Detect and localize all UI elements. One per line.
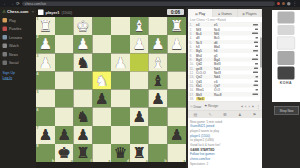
square-h2[interactable]: 2♟ [36,35,55,53]
white-move[interactable]: Bg5 [196,49,214,53]
chat-line-system: Spectators: 2 [190,161,260,166]
rank-label: 6 [37,108,39,112]
back-icon[interactable]: ← [3,0,8,7]
square-a2[interactable]: ♟ [167,35,186,53]
move-time-bar [256,37,259,39]
black-move[interactable]: Nd4 [214,66,232,70]
sidebar-item-watch[interactable]: Watch [0,42,36,51]
white-move[interactable]: h3 [196,45,214,49]
square-c4[interactable] [130,71,149,89]
square-d7[interactable] [111,126,130,144]
sidebar-item-label: Social [9,61,19,65]
white-move[interactable]: Rhe1 [196,88,214,92]
black-pawn-c6[interactable]: ♟ [132,109,145,124]
white-rook-h1[interactable]: ♜ [39,19,52,34]
player-bottom-bar-partial [36,162,186,168]
white-pawn-h2[interactable]: ♟ [39,37,52,52]
white-color-indicator [38,9,44,15]
kettle-image [278,25,295,35]
rank-label: 5 [37,90,39,94]
white-move[interactable]: Qd1 [196,79,214,83]
chess-board: 1♜♚♝♜2♟♟♟♟♟3♟♞♟♝4♞♝5♟♟6♞♟7♟♟♟♟8hg♚f♜ed♛c… [36,17,186,162]
move-row: 18.Ne4 [188,96,260,100]
black-move[interactable]: Nf6 [214,32,232,36]
login-link[interactable]: Log In [3,75,34,80]
move-nav-buttons: «‹›»⋮ [241,104,260,109]
rank-label: 1 [37,17,39,21]
right-panel: ▦Play♟Games◉Players Live Chess • 5 min •… [188,9,262,168]
watch-icon [3,44,8,49]
sidebar-item-label: Lessons [9,36,22,40]
draw-button[interactable]: ½ Draw [190,104,201,108]
ad-shop-button[interactable]: Shop Now [274,106,299,115]
square-e2[interactable] [92,35,111,53]
square-b7[interactable] [149,126,168,144]
play-tab-icon: ▦ [195,11,198,15]
move-list: 1.e4e52.Nf3Nc63.Bc4Nf64.d3Bc55.Nc3d66.h3… [188,23,262,102]
move-time-bar [256,76,259,78]
square-e7[interactable] [92,126,111,144]
game-tab-icon[interactable]: ♟ [238,112,242,117]
white-move[interactable]: e4 [196,23,214,27]
square-d4[interactable] [111,71,130,89]
square-g4[interactable] [55,71,74,89]
black-pawn-f7[interactable]: ♟ [76,127,89,142]
black-king-g8[interactable]: ♚ [57,145,70,160]
player-top-clock: 0:06 [167,9,184,15]
page: ← → ⟳ chess.com/live ⋮ ♙ Chess.com × Pla… [0,0,300,168]
white-pawn-a2[interactable]: ♟ [170,37,183,52]
move-time-bar [254,67,258,69]
black-move[interactable]: Rac8 [214,92,232,96]
tab-label: Games [221,11,231,15]
rank-label: 2 [37,35,39,39]
square-b8[interactable]: b [149,144,168,162]
square-e1[interactable] [92,17,111,35]
next-move-icon[interactable]: › [248,104,249,109]
rank-label: 4 [37,71,39,75]
more-options-icon[interactable]: ⋮ [256,104,260,109]
square-g7[interactable]: ♟ [55,126,74,144]
first-move-icon[interactable]: « [241,104,243,109]
square-c1[interactable]: ♝ [130,17,149,35]
black-knight-f6[interactable]: ♞ [76,109,89,124]
white-move[interactable]: Kb1 [196,84,214,88]
rice-cooker-image [277,37,295,50]
black-pawn-g7[interactable]: ♟ [57,127,70,142]
move-time-bar [256,54,258,56]
square-c8[interactable]: c♜ [130,144,149,162]
black-move[interactable]: Nd4 [214,75,232,79]
white-king-f1[interactable]: ♚ [76,19,89,34]
flag-tab-icon[interactable]: ⚑ [253,112,257,117]
black-move[interactable]: e5 [214,23,232,27]
black-move[interactable]: Bc5 [214,36,232,40]
player-top-rating: (1500) [62,10,73,15]
square-f7[interactable]: ♟ [74,126,93,144]
black-knight-f3[interactable]: ♞ [76,55,89,70]
reload-icon[interactable]: ⟳ [16,0,20,7]
tab-label: Players [246,11,257,15]
chat-tab-icon[interactable]: ▤ [194,112,198,117]
white-move[interactable]: Bb3 [196,92,214,96]
white-move[interactable]: d3 [196,36,214,40]
move-time-bar [254,41,258,43]
square-f2[interactable]: ♟ [74,35,93,53]
browser-menu-icon[interactable]: ⋮ [293,0,298,7]
stand-mixer-image [278,51,295,65]
square-b1[interactable] [149,17,168,35]
white-move[interactable]: gxf3 [196,66,214,70]
square-a7[interactable]: ♟ [167,126,186,144]
black-move[interactable]: O-O [214,88,232,92]
move-time-bar [254,85,259,87]
notes-tab-icon[interactable]: ✎ [209,112,212,117]
black-pawn-e5[interactable]: ♟ [95,91,108,106]
site-logo[interactable]: ♙ Chess.com × [0,7,36,16]
tab-players[interactable]: ◉Players [237,9,262,17]
square-e3[interactable] [92,53,111,71]
game-controls: ½ Draw ⚑ Resign «‹›»⋮ [188,102,262,111]
move-time-bar [256,89,259,91]
pawn-logo-icon: ♙ [2,9,6,14]
square-g6[interactable] [55,108,74,126]
news-icon [3,52,8,57]
white-pawn-c2[interactable]: ♟ [132,37,145,52]
sidebar-links: Sign Up Log In [0,70,36,80]
move-time-bar [253,72,258,74]
rank-label: 8 [37,144,39,148]
move-time-bar [253,50,258,52]
square-c5[interactable] [130,90,149,108]
black-move[interactable]: c6 [214,79,232,83]
games-tab-icon: ♟ [218,11,221,15]
move-time-bar [255,80,259,82]
resign-button[interactable]: ⚑ Resign [204,104,218,108]
square-f4[interactable] [74,71,93,89]
multicooker-image [278,67,295,80]
sidebar-item-play[interactable]: Play [0,16,36,25]
square-c3[interactable] [130,53,149,71]
espresso-machine-image [278,12,295,24]
sidebar: ♙ Chess.com × PlayPuzzlesLessonsWatchNew… [0,7,36,168]
sidebar-item-label: News [9,53,18,57]
sidebar-item-label: Watch [9,44,19,48]
move-time-bar [255,63,258,65]
player-top-name[interactable]: player1 [46,10,60,15]
square-d6[interactable] [111,108,130,126]
move-time-bar [252,33,258,35]
black-move[interactable]: Bxf3 [214,62,232,66]
square-a3[interactable] [167,53,186,71]
white-bishop-c1[interactable]: ♝ [132,19,145,34]
square-e8[interactable]: e [92,144,111,162]
square-f3[interactable]: ♞ [74,53,93,71]
square-h1[interactable]: 1♜ [36,17,55,35]
white-bishop-b3[interactable]: ♝ [151,55,164,70]
square-g8[interactable]: g♚ [55,144,74,162]
rank-label: 7 [37,126,39,130]
prev-move-icon[interactable]: ‹ [245,104,246,109]
square-f6[interactable]: ♞ [74,108,93,126]
square-d3[interactable]: ♟ [111,53,130,71]
move-time-bar [255,46,258,48]
white-pawn-f2[interactable]: ♟ [76,37,89,52]
black-move[interactable]: d6 [214,40,232,44]
square-a5[interactable] [167,90,186,108]
square-e4[interactable]: ♞ [92,71,111,89]
square-b6[interactable] [149,108,168,126]
square-f1[interactable]: ♚ [74,17,93,35]
site-logo-text: Chess.com [7,9,28,14]
extension-icon[interactable] [277,2,280,5]
square-c6[interactable]: ♟ [130,108,149,126]
white-move[interactable]: Bg3 [196,58,214,62]
sidebar-item-label: Puzzles [9,27,21,31]
url-bar[interactable]: chess.com/live [22,1,275,6]
square-g2[interactable] [55,35,74,53]
black-bishop-b4[interactable]: ♝ [151,73,164,88]
move-time-bar [253,93,259,95]
square-d8[interactable]: d♛ [111,144,130,162]
sidebar-item-social[interactable]: Social [0,59,36,68]
white-move[interactable]: Nf3 [196,27,214,31]
white-move[interactable]: Nc3 [196,40,214,44]
white-pawn-d3[interactable]: ♟ [114,55,127,70]
puzzles-icon [3,27,8,32]
browser-toolbar: ← → ⟳ chess.com/live ⋮ [0,0,300,7]
profile-icon[interactable] [287,2,291,6]
sidebar-item-puzzles[interactable]: Puzzles [0,25,36,34]
square-a6[interactable] [167,108,186,126]
ad-brand-text: KOHA [280,81,292,85]
sidebar-item-news[interactable]: News [0,50,36,59]
square-h8[interactable]: 8h [36,144,55,162]
white-move[interactable]: Ne4 [196,97,205,101]
square-e6[interactable] [92,108,111,126]
play-icon [3,18,8,23]
sidebar-item-lessons[interactable]: Lessons [0,33,36,42]
move-time-bar [255,28,258,30]
ad-banner[interactable]: KOHA [272,10,300,102]
black-pawn-a7[interactable]: ♟ [170,127,183,142]
move-list-scrollbar[interactable] [260,23,262,102]
square-d5[interactable] [111,90,130,108]
square-b4[interactable]: ♝ [149,71,168,89]
panel-tabs: ▦Play♟Games◉Players [188,9,262,17]
square-h4[interactable]: 4 [36,71,55,89]
square-d2[interactable] [111,35,130,53]
list-tab-icon[interactable]: ☰ [223,112,227,117]
square-h7[interactable]: 7♟ [36,126,55,144]
white-knight-e4[interactable]: ♞ [95,73,108,88]
square-h6[interactable]: 6 [36,108,55,126]
square-a1[interactable]: ♜ [167,17,186,35]
black-move[interactable]: h6 [214,49,232,53]
square-b3[interactable]: ♝ [149,53,168,71]
move-time-bar [252,59,258,61]
black-pawn-b5[interactable]: ♟ [151,91,164,106]
social-icon [3,61,8,66]
square-h5[interactable]: 5 [36,90,55,108]
white-move[interactable]: Qe2 [196,75,214,79]
white-move[interactable]: Bh4 [196,53,214,57]
white-move[interactable]: Qd2 [196,62,214,66]
player-top-bar: player1 (1500) 0:06 [36,7,186,17]
black-rook-f8[interactable]: ♜ [76,145,89,160]
square-a8[interactable]: a [167,144,186,162]
white-pawn-h3[interactable]: ♟ [39,55,52,70]
white-pawn-b2[interactable]: ♟ [151,37,164,52]
lessons-icon [3,35,8,40]
square-c7[interactable] [130,126,149,144]
square-b5[interactable]: ♟ [149,90,168,108]
players-tab-icon: ◉ [242,11,245,15]
last-move-icon[interactable]: » [252,104,254,109]
tab-label: Play [199,11,205,15]
black-move[interactable]: Nxf3 [214,71,232,75]
square-e5[interactable]: ♟ [92,90,111,108]
tab-play[interactable]: ▦Play [188,9,213,17]
sidebar-item-label: Play [9,19,16,23]
extension-icon[interactable] [282,2,285,5]
panel-icon-tabs: ▤✎☰♟⚑ [188,110,262,118]
square-f8[interactable]: f♜ [74,144,93,162]
rank-label: 3 [37,53,39,57]
square-g1[interactable] [55,17,74,35]
screenshot-viewport: ← → ⟳ chess.com/live ⋮ ♙ Chess.com × Pla… [0,0,300,168]
white-rook-a1[interactable]: ♜ [170,19,183,34]
black-rook-c8[interactable]: ♜ [132,145,145,160]
white-move[interactable]: O-O-O [196,71,214,75]
chat-area[interactable]: New game: 5 min ratedGuest8421 joinedpla… [188,118,262,168]
sidebar-close-icon[interactable]: × [32,9,34,14]
square-a4[interactable] [167,71,186,89]
black-move[interactable]: Nc6 [214,27,232,31]
forward-icon[interactable]: → [10,0,15,7]
square-h3[interactable]: 3♟ [36,53,55,71]
black-move[interactable]: g5 [214,53,232,57]
black-queen-d8[interactable]: ♛ [114,145,127,160]
square-c2[interactable]: ♟ [130,35,149,53]
black-move[interactable]: Bb4 [214,45,232,49]
square-d1[interactable] [111,17,130,35]
square-g5[interactable] [55,90,74,108]
white-move[interactable]: Bc4 [196,32,214,36]
tab-games[interactable]: ♟Games [213,9,238,17]
square-f5[interactable] [74,90,93,108]
square-b2[interactable]: ♟ [149,35,168,53]
black-move[interactable]: Bg4 [214,58,232,62]
square-g3[interactable] [55,53,74,71]
black-pawn-h7[interactable]: ♟ [39,127,52,142]
move-time-bar [253,24,258,26]
black-move[interactable]: Qd7 [214,84,232,88]
